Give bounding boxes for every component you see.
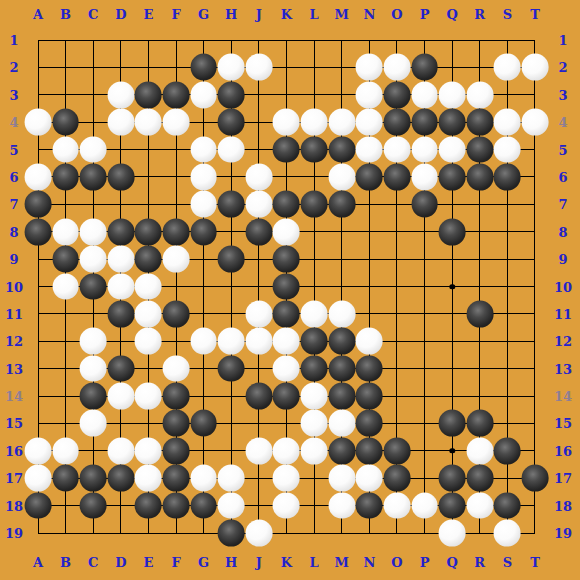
stone-white [273, 492, 300, 519]
row-label-left-15: 15 [5, 416, 23, 431]
stone-white [384, 492, 411, 519]
stone-white [135, 437, 162, 464]
stone-white [356, 465, 383, 492]
stone-white [52, 136, 79, 163]
row-label-left-1: 1 [9, 33, 18, 48]
stone-white [245, 164, 272, 191]
stone-black [218, 191, 245, 218]
stone-black [163, 410, 190, 437]
stone-black [163, 492, 190, 519]
row-label-right-15: 15 [554, 416, 572, 431]
stone-white [190, 136, 217, 163]
stone-black [384, 81, 411, 108]
stone-black [52, 465, 79, 492]
stone-black [356, 355, 383, 382]
stone-black [356, 410, 383, 437]
stone-white [25, 164, 52, 191]
row-label-right-18: 18 [554, 498, 572, 513]
stone-white [135, 109, 162, 136]
col-label-bottom-B: B [60, 555, 71, 570]
row-label-left-9: 9 [9, 252, 18, 267]
col-label-top-M: M [335, 7, 349, 22]
stone-black [80, 492, 107, 519]
stone-white [107, 109, 134, 136]
col-label-top-E: E [143, 7, 153, 22]
stone-white [301, 109, 328, 136]
row-label-left-19: 19 [5, 526, 23, 541]
col-label-bottom-A: A [33, 555, 43, 570]
stone-white [301, 410, 328, 437]
stone-white [273, 437, 300, 464]
stone-black [52, 164, 79, 191]
col-label-bottom-N: N [363, 555, 375, 570]
stone-white [80, 136, 107, 163]
stone-white [494, 109, 521, 136]
row-label-right-9: 9 [558, 252, 567, 267]
stone-black [245, 383, 272, 410]
stone-white [52, 437, 79, 464]
col-label-bottom-L: L [310, 555, 319, 570]
stone-white [522, 54, 549, 81]
row-label-left-6: 6 [9, 169, 18, 184]
stone-black [80, 383, 107, 410]
stone-white [80, 410, 107, 437]
stone-white [107, 437, 134, 464]
row-label-left-18: 18 [5, 498, 23, 513]
col-label-top-P: P [420, 7, 430, 22]
stone-white [245, 300, 272, 327]
stone-black [466, 465, 493, 492]
stone-black [439, 465, 466, 492]
stone-black [218, 109, 245, 136]
row-label-left-3: 3 [9, 87, 18, 102]
col-label-bottom-G: G [198, 555, 209, 570]
col-label-bottom-S: S [503, 555, 512, 570]
stone-black [190, 54, 217, 81]
stone-black [273, 273, 300, 300]
stone-black [218, 520, 245, 547]
col-label-top-F: F [171, 7, 180, 22]
row-label-right-3: 3 [558, 87, 567, 102]
stone-white [494, 136, 521, 163]
stone-black [135, 218, 162, 245]
stone-white [190, 191, 217, 218]
row-label-right-17: 17 [554, 471, 572, 486]
stone-white [218, 54, 245, 81]
stone-black [218, 355, 245, 382]
row-label-left-2: 2 [9, 60, 18, 75]
go-board[interactable]: AABBCCDDEEFFGGHHJJKKLLMMNNOOPPQQRRSSTT11… [0, 0, 580, 580]
stone-white [80, 246, 107, 273]
col-label-top-K: K [281, 7, 292, 22]
stone-black [301, 136, 328, 163]
stone-white [25, 465, 52, 492]
stone-white [190, 465, 217, 492]
stone-black [411, 109, 438, 136]
col-label-top-Q: Q [446, 7, 457, 22]
col-label-bottom-M: M [335, 555, 349, 570]
row-label-right-8: 8 [558, 224, 567, 239]
row-label-right-4: 4 [558, 115, 567, 130]
stone-black [107, 218, 134, 245]
col-label-top-O: O [391, 7, 402, 22]
stone-white [356, 136, 383, 163]
stone-black [135, 492, 162, 519]
stone-white [163, 109, 190, 136]
stone-white [190, 81, 217, 108]
stone-black [301, 328, 328, 355]
row-label-left-17: 17 [5, 471, 23, 486]
stone-black [522, 465, 549, 492]
stone-black [190, 218, 217, 245]
stone-white [328, 410, 355, 437]
row-label-left-16: 16 [5, 443, 23, 458]
stone-black [466, 410, 493, 437]
stone-white [107, 383, 134, 410]
stone-white [163, 246, 190, 273]
stone-white [439, 81, 466, 108]
stone-black [273, 300, 300, 327]
stone-black [245, 218, 272, 245]
row-label-right-7: 7 [558, 197, 567, 212]
stone-white [301, 300, 328, 327]
stone-black [25, 492, 52, 519]
stone-white [135, 465, 162, 492]
stone-white [328, 492, 355, 519]
row-label-right-13: 13 [554, 361, 572, 376]
stone-white [107, 273, 134, 300]
row-label-left-13: 13 [5, 361, 23, 376]
col-label-top-L: L [310, 7, 319, 22]
row-label-left-12: 12 [5, 334, 23, 349]
stone-black [135, 246, 162, 273]
row-label-right-5: 5 [558, 142, 567, 157]
stone-black [25, 218, 52, 245]
stone-black [328, 136, 355, 163]
stone-white [245, 437, 272, 464]
stone-white [107, 246, 134, 273]
stone-white [439, 520, 466, 547]
stone-black [163, 300, 190, 327]
row-label-left-5: 5 [9, 142, 18, 157]
stone-black [494, 164, 521, 191]
stone-black [494, 437, 521, 464]
stone-white [411, 136, 438, 163]
stone-white [466, 492, 493, 519]
col-label-bottom-C: C [88, 555, 98, 570]
stone-black [466, 164, 493, 191]
stone-white [107, 81, 134, 108]
col-label-top-D: D [115, 7, 126, 22]
stone-white [356, 54, 383, 81]
col-label-bottom-E: E [143, 555, 153, 570]
stone-white [328, 164, 355, 191]
stone-black [384, 109, 411, 136]
stone-black [218, 81, 245, 108]
stone-black [439, 492, 466, 519]
stone-black [328, 355, 355, 382]
stone-white [52, 273, 79, 300]
stone-white [218, 136, 245, 163]
stone-white [245, 191, 272, 218]
stone-white [135, 328, 162, 355]
stone-black [466, 109, 493, 136]
stone-white [466, 437, 493, 464]
row-label-right-2: 2 [558, 60, 567, 75]
stone-white [301, 383, 328, 410]
stone-black [328, 191, 355, 218]
stone-white [439, 136, 466, 163]
stone-black [52, 246, 79, 273]
stone-white [52, 218, 79, 245]
row-label-left-8: 8 [9, 224, 18, 239]
col-label-top-S: S [503, 7, 512, 22]
stone-black [273, 383, 300, 410]
stone-white [163, 355, 190, 382]
stone-white [245, 520, 272, 547]
stone-white [273, 328, 300, 355]
row-label-right-1: 1 [558, 33, 567, 48]
stone-white [80, 355, 107, 382]
stone-white [411, 492, 438, 519]
col-label-bottom-J: J [256, 555, 262, 570]
col-label-bottom-P: P [420, 555, 430, 570]
col-label-top-T: T [530, 7, 540, 22]
row-label-right-16: 16 [554, 443, 572, 458]
stone-white [245, 328, 272, 355]
stone-black [80, 465, 107, 492]
stone-black [163, 465, 190, 492]
col-label-top-C: C [88, 7, 98, 22]
stone-black [439, 218, 466, 245]
col-label-bottom-O: O [391, 555, 402, 570]
row-label-right-12: 12 [554, 334, 572, 349]
stone-black [273, 191, 300, 218]
stone-white [273, 109, 300, 136]
stone-black [25, 191, 52, 218]
stone-black [190, 410, 217, 437]
stone-white [190, 164, 217, 191]
row-label-right-6: 6 [558, 169, 567, 184]
stone-black [301, 355, 328, 382]
row-label-left-10: 10 [5, 279, 23, 294]
col-label-top-J: J [256, 7, 262, 22]
stone-white [135, 300, 162, 327]
stone-black [411, 54, 438, 81]
stone-black [439, 164, 466, 191]
stone-black [384, 465, 411, 492]
stone-black [356, 164, 383, 191]
stone-white [301, 437, 328, 464]
col-label-bottom-F: F [171, 555, 180, 570]
stone-black [328, 383, 355, 410]
stone-black [107, 300, 134, 327]
col-label-bottom-T: T [530, 555, 540, 570]
stone-black [384, 437, 411, 464]
row-label-left-11: 11 [5, 306, 23, 321]
stone-black [52, 109, 79, 136]
col-label-bottom-K: K [281, 555, 292, 570]
stone-black [190, 492, 217, 519]
stone-black [163, 383, 190, 410]
stone-white [356, 328, 383, 355]
col-label-top-N: N [363, 7, 375, 22]
stone-black [466, 136, 493, 163]
stone-black [273, 246, 300, 273]
stone-white [384, 136, 411, 163]
stone-white [466, 81, 493, 108]
stone-white [135, 273, 162, 300]
row-label-right-19: 19 [554, 526, 572, 541]
stone-black [466, 300, 493, 327]
stone-white [384, 54, 411, 81]
stone-black [439, 109, 466, 136]
col-label-top-H: H [225, 7, 237, 22]
col-label-top-G: G [198, 7, 209, 22]
col-label-bottom-Q: Q [446, 555, 457, 570]
stone-black [356, 492, 383, 519]
stone-white [218, 492, 245, 519]
stone-white [328, 300, 355, 327]
stone-white [218, 328, 245, 355]
stone-black [411, 191, 438, 218]
stone-white [190, 328, 217, 355]
stone-black [107, 355, 134, 382]
stone-black [494, 492, 521, 519]
stone-black [163, 81, 190, 108]
stone-white [328, 465, 355, 492]
row-label-left-7: 7 [9, 197, 18, 212]
stone-white [25, 109, 52, 136]
stone-black [301, 191, 328, 218]
stone-black [218, 246, 245, 273]
stone-white [494, 520, 521, 547]
stone-white [80, 218, 107, 245]
stone-black [80, 164, 107, 191]
col-label-bottom-H: H [225, 555, 237, 570]
stone-white [411, 164, 438, 191]
stone-white [245, 54, 272, 81]
stone-black [80, 273, 107, 300]
stone-white [25, 437, 52, 464]
stone-white [411, 81, 438, 108]
stone-white [273, 465, 300, 492]
col-label-top-B: B [60, 7, 71, 22]
stone-white [273, 355, 300, 382]
stone-white [80, 328, 107, 355]
stone-white [135, 383, 162, 410]
stone-black [135, 81, 162, 108]
stone-black [107, 164, 134, 191]
stone-black [163, 437, 190, 464]
stone-white [273, 218, 300, 245]
stone-white [356, 109, 383, 136]
stone-white [522, 109, 549, 136]
stone-black [384, 164, 411, 191]
stone-black [328, 328, 355, 355]
row-label-left-4: 4 [9, 115, 18, 130]
col-label-bottom-D: D [115, 555, 126, 570]
stone-white [218, 465, 245, 492]
row-label-right-11: 11 [554, 306, 572, 321]
stone-white [494, 54, 521, 81]
col-label-top-A: A [33, 7, 43, 22]
stone-white [356, 81, 383, 108]
col-label-bottom-R: R [474, 555, 485, 570]
stone-black [163, 218, 190, 245]
stone-black [439, 410, 466, 437]
col-label-top-R: R [474, 7, 485, 22]
row-label-left-14: 14 [5, 389, 23, 404]
stone-black [328, 437, 355, 464]
row-label-right-10: 10 [554, 279, 572, 294]
row-label-right-14: 14 [554, 389, 572, 404]
stone-black [107, 465, 134, 492]
stone-black [356, 437, 383, 464]
stone-black [273, 136, 300, 163]
stone-white [328, 109, 355, 136]
stone-black [356, 383, 383, 410]
